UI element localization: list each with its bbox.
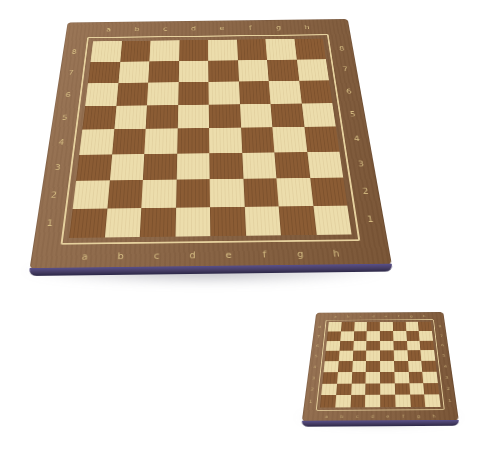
square-g7 bbox=[406, 331, 420, 341]
rank-label-2: 2 bbox=[441, 383, 455, 395]
file-label-g: g bbox=[264, 20, 294, 35]
rank-label-5: 5 bbox=[438, 350, 451, 360]
square-f1 bbox=[395, 395, 410, 407]
file-label-a: a bbox=[65, 244, 103, 268]
file-label-d: d bbox=[367, 312, 380, 319]
playing-area bbox=[316, 319, 445, 410]
square-h8 bbox=[294, 39, 326, 60]
square-h2 bbox=[310, 178, 347, 206]
square-f6 bbox=[239, 81, 271, 104]
square-c5 bbox=[352, 351, 366, 361]
chess-board-thumbnail: abcdefgh abcdefgh 87654321 87654321 bbox=[302, 312, 459, 422]
square-c3 bbox=[143, 153, 177, 180]
squares-grid bbox=[69, 39, 351, 238]
square-a4 bbox=[79, 129, 114, 154]
square-h6 bbox=[420, 340, 434, 350]
square-d3 bbox=[366, 372, 380, 383]
square-e6 bbox=[208, 81, 239, 104]
square-h4 bbox=[421, 361, 436, 372]
file-label-e: e bbox=[210, 242, 247, 266]
square-d2 bbox=[365, 383, 380, 395]
square-g2 bbox=[409, 383, 424, 395]
square-a5 bbox=[325, 351, 340, 361]
square-d6 bbox=[366, 341, 380, 351]
rank-label-3: 3 bbox=[440, 371, 453, 382]
square-h5 bbox=[421, 350, 436, 360]
square-b7 bbox=[340, 331, 354, 341]
square-a1 bbox=[69, 208, 107, 238]
rank-label-8: 8 bbox=[329, 38, 355, 59]
file-label-c: c bbox=[138, 243, 175, 267]
square-g1 bbox=[410, 395, 426, 407]
rank-label-4: 4 bbox=[343, 126, 372, 151]
square-b3 bbox=[109, 154, 144, 181]
square-c8 bbox=[354, 322, 367, 331]
rank-label-8: 8 bbox=[62, 41, 87, 62]
rank-label-7: 7 bbox=[435, 331, 447, 341]
chess-board-main: abcdefgh abcdefgh 87654321 87654321 bbox=[30, 19, 392, 269]
square-b6 bbox=[116, 83, 148, 106]
square-a5 bbox=[82, 105, 116, 129]
square-g1 bbox=[279, 206, 317, 236]
file-label-h: h bbox=[292, 19, 322, 34]
square-b3 bbox=[337, 372, 352, 383]
file-label-b: b bbox=[122, 21, 151, 36]
square-d4 bbox=[366, 361, 380, 372]
square-f7 bbox=[393, 331, 407, 341]
square-c5 bbox=[146, 105, 178, 129]
square-g8 bbox=[405, 322, 419, 331]
square-g3 bbox=[274, 152, 309, 179]
square-g3 bbox=[408, 372, 423, 383]
square-a4 bbox=[324, 361, 339, 372]
square-f7 bbox=[238, 60, 269, 82]
square-e8 bbox=[208, 40, 238, 61]
square-b6 bbox=[339, 341, 353, 351]
rank-label-4: 4 bbox=[47, 130, 75, 155]
square-e6 bbox=[380, 341, 394, 351]
rank-label-3: 3 bbox=[346, 151, 376, 178]
square-h7 bbox=[419, 331, 433, 341]
file-label-f: f bbox=[392, 312, 405, 319]
square-h3 bbox=[422, 372, 437, 383]
squares-grid bbox=[320, 322, 441, 408]
square-d3 bbox=[176, 153, 209, 180]
square-f8 bbox=[393, 322, 406, 331]
square-c1 bbox=[140, 207, 176, 237]
file-label-d: d bbox=[179, 21, 208, 36]
file-label-e: e bbox=[380, 312, 393, 319]
square-b5 bbox=[114, 105, 147, 129]
file-label-g: g bbox=[281, 242, 319, 266]
square-e5 bbox=[380, 351, 394, 361]
square-b7 bbox=[118, 61, 149, 83]
square-e7 bbox=[208, 60, 238, 82]
square-f4 bbox=[241, 127, 275, 152]
square-b2 bbox=[336, 383, 351, 395]
square-b8 bbox=[341, 322, 354, 331]
square-a1 bbox=[320, 395, 336, 407]
file-label-b: b bbox=[342, 312, 355, 319]
square-d8 bbox=[367, 322, 380, 331]
square-d7 bbox=[367, 331, 380, 341]
file-label-d: d bbox=[174, 243, 210, 267]
square-a2 bbox=[73, 180, 110, 208]
square-c4 bbox=[352, 361, 366, 372]
file-label-e: e bbox=[208, 20, 237, 35]
square-d8 bbox=[179, 40, 208, 61]
file-label-a: a bbox=[94, 22, 124, 37]
square-h1 bbox=[424, 395, 440, 407]
square-g8 bbox=[265, 39, 296, 60]
square-g6 bbox=[269, 81, 302, 104]
file-label-g: g bbox=[405, 312, 418, 319]
rank-label-8: 8 bbox=[434, 322, 446, 331]
square-e3 bbox=[209, 153, 243, 180]
file-label-f: f bbox=[246, 242, 283, 266]
square-d1 bbox=[175, 207, 210, 237]
square-c2 bbox=[351, 383, 366, 395]
square-a7 bbox=[327, 331, 341, 341]
file-label-f: f bbox=[236, 20, 265, 35]
square-b5 bbox=[339, 351, 353, 361]
square-e4 bbox=[380, 361, 394, 372]
square-b1 bbox=[104, 208, 141, 238]
square-h3 bbox=[307, 151, 343, 178]
square-e3 bbox=[380, 372, 394, 383]
square-a3 bbox=[322, 372, 337, 383]
playing-area bbox=[61, 34, 361, 245]
square-h2 bbox=[423, 383, 439, 395]
square-e7 bbox=[380, 331, 393, 341]
rank-label-6: 6 bbox=[55, 83, 82, 106]
rank-label-7: 7 bbox=[58, 62, 84, 84]
rank-label-1: 1 bbox=[443, 395, 457, 407]
square-c7 bbox=[148, 61, 179, 83]
square-a6 bbox=[326, 341, 340, 351]
file-label-b: b bbox=[102, 244, 140, 268]
square-h6 bbox=[299, 80, 332, 103]
square-e2 bbox=[380, 383, 395, 395]
square-f3 bbox=[242, 152, 277, 179]
square-e5 bbox=[209, 104, 241, 128]
square-h7 bbox=[296, 59, 329, 81]
rank-label-1: 1 bbox=[34, 209, 65, 239]
square-e8 bbox=[380, 322, 393, 331]
rank-label-1: 1 bbox=[355, 205, 387, 235]
rank-label-5: 5 bbox=[51, 106, 78, 130]
square-d1 bbox=[365, 395, 380, 407]
square-a3 bbox=[76, 154, 112, 181]
square-f5 bbox=[240, 104, 273, 128]
file-label-c: c bbox=[151, 21, 180, 36]
square-f4 bbox=[394, 361, 408, 372]
square-g2 bbox=[276, 178, 313, 206]
square-c8 bbox=[149, 40, 179, 61]
square-h4 bbox=[304, 126, 339, 151]
file-label-c: c bbox=[354, 312, 367, 319]
square-g7 bbox=[267, 59, 299, 81]
square-c1 bbox=[350, 395, 365, 407]
rank-label-2: 2 bbox=[351, 177, 382, 205]
square-c2 bbox=[141, 180, 176, 208]
square-d5 bbox=[177, 104, 209, 128]
square-g6 bbox=[406, 340, 420, 350]
square-a6 bbox=[85, 83, 118, 106]
square-d5 bbox=[366, 351, 380, 361]
file-label-h: h bbox=[317, 241, 356, 265]
square-b8 bbox=[120, 41, 151, 62]
square-e1 bbox=[380, 395, 395, 407]
square-f8 bbox=[237, 39, 267, 60]
rank-label-7: 7 bbox=[332, 59, 358, 81]
square-f2 bbox=[395, 383, 410, 395]
rank-label-3: 3 bbox=[43, 155, 72, 182]
square-c7 bbox=[353, 331, 366, 341]
square-g5 bbox=[407, 350, 421, 360]
square-a7 bbox=[88, 61, 120, 83]
square-c3 bbox=[351, 372, 366, 383]
rank-label-4: 4 bbox=[439, 361, 452, 372]
square-h1 bbox=[313, 205, 352, 235]
square-b1 bbox=[335, 395, 351, 407]
square-d6 bbox=[178, 82, 209, 105]
square-f6 bbox=[393, 341, 407, 351]
product-photo: abcdefgh abcdefgh 87654321 87654321 abcd… bbox=[0, 0, 485, 453]
rank-label-6: 6 bbox=[436, 340, 448, 350]
board-side-edge bbox=[301, 420, 459, 427]
square-f2 bbox=[243, 178, 279, 206]
square-d2 bbox=[176, 179, 210, 207]
square-d7 bbox=[178, 60, 208, 82]
rank-label-5: 5 bbox=[339, 102, 367, 126]
square-g4 bbox=[408, 361, 423, 372]
square-b4 bbox=[338, 361, 353, 372]
square-b2 bbox=[107, 180, 143, 208]
square-b4 bbox=[112, 129, 146, 154]
square-e2 bbox=[210, 179, 245, 207]
square-c4 bbox=[144, 128, 177, 153]
square-g5 bbox=[270, 103, 304, 127]
file-label-a: a bbox=[329, 313, 342, 320]
rank-label-2: 2 bbox=[39, 181, 69, 209]
square-c6 bbox=[353, 341, 367, 351]
square-e4 bbox=[209, 128, 242, 153]
square-g4 bbox=[272, 127, 306, 152]
square-a8 bbox=[91, 41, 122, 62]
square-e1 bbox=[210, 206, 246, 236]
rank-label-6: 6 bbox=[336, 80, 363, 103]
square-f3 bbox=[394, 372, 409, 383]
square-a8 bbox=[328, 322, 342, 331]
square-h8 bbox=[418, 322, 432, 331]
square-h5 bbox=[301, 103, 335, 127]
file-label-h: h bbox=[417, 312, 430, 319]
square-f1 bbox=[244, 206, 281, 236]
square-c6 bbox=[147, 82, 178, 105]
square-a2 bbox=[321, 383, 337, 395]
square-d4 bbox=[177, 128, 210, 153]
square-f5 bbox=[393, 350, 407, 360]
